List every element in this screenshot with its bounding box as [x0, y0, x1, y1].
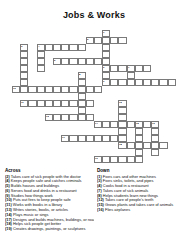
grid-cell[interactable]: [118, 135, 126, 142]
grid-void: [61, 156, 69, 163]
grid-cell[interactable]: [37, 51, 45, 58]
grid-void: [53, 135, 61, 142]
grid-void: [69, 128, 77, 135]
grid-void: [12, 72, 20, 79]
grid-cell[interactable]: 11: [20, 100, 28, 107]
grid-cell[interactable]: [61, 58, 69, 65]
clue-item: (19) Creates drawings, paintings, or scu…: [5, 227, 94, 232]
clue-number: 15: [136, 122, 139, 125]
grid-cell[interactable]: 17: [61, 135, 69, 142]
grid-cell[interactable]: [45, 100, 53, 107]
grid-cell[interactable]: [69, 86, 77, 93]
across-list: (2) Takes care of sick people with the d…: [5, 175, 94, 233]
grid-void: [94, 51, 102, 58]
grid-cell[interactable]: [94, 58, 102, 65]
grid-cell[interactable]: [135, 128, 143, 135]
grid-cell[interactable]: [78, 93, 86, 100]
clue-number: 17: [62, 136, 65, 139]
grid-void: [28, 142, 36, 149]
grid-cell[interactable]: [20, 79, 28, 86]
grid-cell[interactable]: 1: [102, 30, 110, 37]
grid-void: [127, 100, 135, 107]
grid-void: [168, 58, 176, 65]
grid-void: [94, 114, 102, 121]
grid-cell[interactable]: [102, 44, 110, 51]
grid-cell[interactable]: 19: [94, 156, 102, 163]
grid-cell[interactable]: [110, 79, 118, 86]
grid-cell[interactable]: [86, 100, 94, 107]
grid-cell[interactable]: [69, 100, 77, 107]
grid-void: [168, 156, 176, 163]
grid-void: [143, 149, 151, 156]
grid-void: [127, 30, 135, 37]
grid-cell[interactable]: [53, 86, 61, 93]
grid-cell[interactable]: [127, 156, 135, 163]
grid-void: [37, 142, 45, 149]
grid-cell[interactable]: [118, 65, 126, 72]
clue-number: 16: [152, 122, 155, 125]
grid-void: [69, 156, 77, 163]
grid-void: [110, 58, 118, 65]
grid-void: [135, 72, 143, 79]
grid-void: [151, 30, 159, 37]
grid-cell[interactable]: [118, 107, 126, 114]
page-title: Jobs & Works: [0, 10, 188, 20]
grid-void: [102, 142, 110, 149]
grid-cell[interactable]: [110, 37, 118, 44]
grid-void: [53, 37, 61, 44]
grid-cell[interactable]: [135, 142, 143, 149]
grid-void: [45, 128, 53, 135]
grid-void: [45, 58, 53, 65]
grid-void: [20, 30, 28, 37]
grid-void: [168, 114, 176, 121]
grid-void: [110, 72, 118, 79]
grid-cell[interactable]: [61, 114, 69, 121]
grid-cell[interactable]: [78, 114, 86, 121]
grid-void: [102, 149, 110, 156]
grid-void: [118, 44, 126, 51]
clue-number: 11: [21, 101, 24, 104]
grid-void: [28, 51, 36, 58]
grid-void: [159, 114, 167, 121]
grid-void: [28, 44, 36, 51]
grid-void: [110, 142, 118, 149]
grid-void: [135, 37, 143, 44]
grid-void: [69, 51, 77, 58]
grid-void: [20, 156, 28, 163]
grid-void: [135, 44, 143, 51]
grid-void: [28, 65, 36, 72]
grid-void: [168, 86, 176, 93]
grid-void: [61, 128, 69, 135]
grid-void: [12, 128, 20, 135]
grid-cell[interactable]: [102, 135, 110, 142]
grid-void: [20, 37, 28, 44]
grid-void: [94, 142, 102, 149]
grid-void: [78, 149, 86, 156]
grid-void: [61, 30, 69, 37]
grid-cell[interactable]: [94, 86, 102, 93]
grid-cell[interactable]: [28, 86, 36, 93]
grid-cell[interactable]: [78, 135, 86, 142]
grid-void: [102, 114, 110, 121]
grid-cell[interactable]: [69, 44, 77, 51]
grid-cell[interactable]: [37, 58, 45, 65]
grid-cell[interactable]: [118, 128, 126, 135]
grid-void: [94, 107, 102, 114]
grid-void: [86, 128, 94, 135]
grid-cell[interactable]: [86, 135, 94, 142]
grid-cell[interactable]: [94, 135, 102, 142]
grid-cell[interactable]: [94, 37, 102, 44]
grid-void: [86, 121, 94, 128]
clue-number: 5: [54, 59, 55, 62]
grid-cell[interactable]: [127, 72, 135, 79]
grid-cell[interactable]: 13: [45, 114, 53, 121]
grid-void: [110, 44, 118, 51]
grid-void: [12, 93, 20, 100]
grid-void: [102, 107, 110, 114]
grid-void: [20, 93, 28, 100]
grid-void: [28, 149, 36, 156]
grid-cell[interactable]: [86, 114, 94, 121]
grid-cell[interactable]: [118, 37, 126, 44]
grid-void: [78, 156, 86, 163]
grid-cell[interactable]: [45, 86, 53, 93]
grid-void: [61, 142, 69, 149]
grid-void: [168, 128, 176, 135]
grid-cell[interactable]: [102, 121, 110, 128]
grid-cell[interactable]: [86, 58, 94, 65]
grid-cell[interactable]: [37, 86, 45, 93]
grid-cell[interactable]: [69, 114, 77, 121]
grid-void: [53, 149, 61, 156]
grid-cell[interactable]: [69, 58, 77, 65]
grid-void: [102, 100, 110, 107]
grid-void: [86, 79, 94, 86]
grid-cell[interactable]: [127, 142, 135, 149]
grid-cell[interactable]: 8: [78, 72, 86, 79]
grid-cell[interactable]: [102, 51, 110, 58]
grid-cell[interactable]: [45, 44, 53, 51]
grid-cell[interactable]: [61, 86, 69, 93]
grid-cell[interactable]: [135, 149, 143, 156]
grid-void: [12, 107, 20, 114]
grid-void: [118, 72, 126, 79]
grid-cell[interactable]: [151, 135, 159, 142]
grid-void: [53, 156, 61, 163]
down-clues: Down (1) Fixes cars and other machines(3…: [97, 168, 185, 213]
grid-void: [110, 30, 118, 37]
clue-number: 18: [119, 143, 122, 146]
grid-void: [143, 156, 151, 163]
grid-void: [168, 37, 176, 44]
grid-void: [159, 107, 167, 114]
grid-cell[interactable]: [102, 72, 110, 79]
grid-cell[interactable]: [135, 135, 143, 142]
grid-cell[interactable]: [159, 142, 167, 149]
grid-void: [110, 100, 118, 107]
grid-cell[interactable]: [143, 65, 151, 72]
grid-void: [53, 30, 61, 37]
grid-void: [159, 93, 167, 100]
grid-cell[interactable]: [20, 72, 28, 79]
grid-void: [102, 86, 110, 93]
grid-void: [159, 121, 167, 128]
grid-cell[interactable]: [127, 121, 135, 128]
grid-void: [143, 107, 151, 114]
grid-void: [110, 149, 118, 156]
grid-void: [45, 72, 53, 79]
grid-void: [151, 93, 159, 100]
grid-void: [143, 114, 151, 121]
grid-cell[interactable]: 14: [94, 121, 102, 128]
grid-void: [45, 79, 53, 86]
grid-void: [143, 135, 151, 142]
clue-item: (16) Flies airplanes: [97, 208, 185, 213]
grid-cell[interactable]: [118, 114, 126, 121]
grid-void: [12, 142, 20, 149]
clue-number: 2: [87, 38, 88, 41]
grid-cell[interactable]: [78, 107, 86, 114]
grid-void: [69, 37, 77, 44]
grid-void: [110, 114, 118, 121]
grid-void: [118, 51, 126, 58]
grid-void: [168, 121, 176, 128]
grid-void: [127, 149, 135, 156]
grid-void: [168, 72, 176, 79]
grid-cell[interactable]: [102, 156, 110, 163]
grid-cell[interactable]: 12: [118, 100, 126, 107]
grid-cell[interactable]: [118, 156, 126, 163]
grid-void: [28, 72, 36, 79]
clue-number: 19: [95, 157, 98, 160]
grid-cell[interactable]: [37, 100, 45, 107]
grid-void: [86, 93, 94, 100]
clue-number: 6: [103, 66, 104, 69]
grid-void: [118, 93, 126, 100]
grid-void: [37, 79, 45, 86]
grid-cell[interactable]: [28, 100, 36, 107]
clue-number: 9: [103, 80, 104, 83]
grid-void: [53, 128, 61, 135]
grid-void: [151, 44, 159, 51]
grid-void: [168, 100, 176, 107]
grid-cell[interactable]: [53, 114, 61, 121]
grid-void: [28, 107, 36, 114]
grid-void: [20, 114, 28, 121]
grid-cell[interactable]: [151, 128, 159, 135]
clue-number: 10: [13, 87, 16, 90]
grid-cell[interactable]: [102, 37, 110, 44]
grid-void: [143, 51, 151, 58]
grid-void: [86, 156, 94, 163]
grid-void: [61, 107, 69, 114]
grid-cell[interactable]: [110, 121, 118, 128]
grid-cell[interactable]: 6: [102, 65, 110, 72]
grid-void: [143, 72, 151, 79]
grid-cell[interactable]: [168, 79, 176, 86]
grid-cell[interactable]: [118, 121, 126, 128]
grid-cell[interactable]: 2: [86, 37, 94, 44]
grid-void: [127, 135, 135, 142]
grid-cell[interactable]: 4: [37, 44, 45, 51]
grid-void: [168, 93, 176, 100]
grid-cell[interactable]: [151, 149, 159, 156]
grid-void: [53, 79, 61, 86]
grid-void: [53, 72, 61, 79]
grid-void: [118, 86, 126, 93]
grid-cell[interactable]: 9: [102, 79, 110, 86]
grid-void: [12, 121, 20, 128]
grid-cell[interactable]: [78, 86, 86, 93]
grid-void: [61, 121, 69, 128]
grid-void: [69, 142, 77, 149]
grid-cell[interactable]: 16: [151, 121, 159, 128]
grid-void: [12, 114, 20, 121]
grid-cell[interactable]: [110, 135, 118, 142]
grid-void: [94, 100, 102, 107]
grid-cell[interactable]: [61, 44, 69, 51]
grid-cell[interactable]: [86, 86, 94, 93]
grid-cell[interactable]: [135, 65, 143, 72]
grid-cell[interactable]: [53, 100, 61, 107]
grid-cell[interactable]: [151, 79, 159, 86]
grid-cell[interactable]: [135, 156, 143, 163]
grid-void: [61, 72, 69, 79]
grid-void: [20, 128, 28, 135]
grid-void: [61, 51, 69, 58]
grid-cell[interactable]: 7: [127, 65, 135, 72]
grid-void: [135, 86, 143, 93]
down-list: (1) Fixes cars and other machines(3) Fix…: [97, 175, 185, 213]
grid-void: [69, 149, 77, 156]
grid-void: [110, 51, 118, 58]
grid-void: [12, 79, 20, 86]
grid-cell[interactable]: [151, 142, 159, 149]
grid-cell[interactable]: [20, 65, 28, 72]
grid-void: [12, 100, 20, 107]
grid-void: [94, 65, 102, 72]
grid-void: [28, 79, 36, 86]
grid-cell[interactable]: 18: [118, 142, 126, 149]
grid-void: [78, 142, 86, 149]
grid-void: [20, 107, 28, 114]
grid-void: [159, 37, 167, 44]
clue-number: 1: [103, 31, 104, 34]
grid-void: [45, 107, 53, 114]
grid-void: [28, 30, 36, 37]
clue-number: 12: [119, 101, 122, 104]
grid-cell[interactable]: [20, 51, 28, 58]
grid-void: [37, 135, 45, 142]
grid-void: [159, 135, 167, 142]
grid-cell[interactable]: [78, 79, 86, 86]
grid-void: [45, 121, 53, 128]
grid-cell[interactable]: [20, 86, 28, 93]
grid-cell[interactable]: 5: [53, 58, 61, 65]
grid-cell[interactable]: [69, 135, 77, 142]
grid-cell[interactable]: [159, 79, 167, 86]
grid-void: [37, 149, 45, 156]
grid-void: [37, 114, 45, 121]
grid-void: [168, 149, 176, 156]
grid-cell[interactable]: 3: [20, 44, 28, 51]
grid-void: [37, 37, 45, 44]
grid-cell[interactable]: [78, 44, 86, 51]
grid-void: [159, 44, 167, 51]
grid-void: [159, 58, 167, 65]
grid-void: [37, 128, 45, 135]
grid-void: [102, 93, 110, 100]
grid-void: [143, 128, 151, 135]
grid-cell[interactable]: [127, 79, 135, 86]
grid-cell[interactable]: [118, 79, 126, 86]
grid-void: [151, 100, 159, 107]
grid-void: [69, 121, 77, 128]
grid-void: [78, 65, 86, 72]
grid-void: [45, 30, 53, 37]
grid-cell[interactable]: [20, 58, 28, 65]
grid-void: [127, 44, 135, 51]
grid-void: [118, 58, 126, 65]
grid-void: [45, 93, 53, 100]
grid-void: [45, 65, 53, 72]
grid-cell[interactable]: [61, 100, 69, 107]
grid-cell[interactable]: [143, 79, 151, 86]
grid-void: [20, 135, 28, 142]
grid-void: [28, 156, 36, 163]
grid-void: [151, 107, 159, 114]
grid-void: [135, 51, 143, 58]
grid-cell[interactable]: [110, 156, 118, 163]
grid-cell[interactable]: [110, 65, 118, 72]
grid-cell[interactable]: [143, 142, 151, 149]
down-heading: Down: [97, 168, 185, 173]
grid-void: [143, 58, 151, 65]
crossword-grid: 12345678910111213141516171819: [12, 30, 176, 163]
grid-cell[interactable]: [53, 44, 61, 51]
grid-cell[interactable]: [37, 65, 45, 72]
grid-cell[interactable]: 10: [12, 86, 20, 93]
grid-cell[interactable]: [143, 121, 151, 128]
grid-void: [135, 114, 143, 121]
grid-void: [151, 51, 159, 58]
grid-void: [69, 30, 77, 37]
grid-void: [12, 156, 20, 163]
grid-void: [61, 37, 69, 44]
grid-cell[interactable]: [102, 58, 110, 65]
grid-cell[interactable]: 15: [135, 121, 143, 128]
grid-cell[interactable]: [78, 100, 86, 107]
grid-cell[interactable]: [135, 79, 143, 86]
clue-number: 14: [95, 122, 98, 125]
grid-cell[interactable]: [78, 58, 86, 65]
grid-void: [143, 44, 151, 51]
grid-void: [78, 128, 86, 135]
grid-void: [53, 121, 61, 128]
grid-void: [37, 121, 45, 128]
grid-void: [37, 107, 45, 114]
grid-void: [94, 72, 102, 79]
grid-void: [143, 93, 151, 100]
grid-void: [110, 86, 118, 93]
grid-void: [94, 30, 102, 37]
grid-void: [168, 51, 176, 58]
grid-void: [28, 93, 36, 100]
grid-void: [69, 79, 77, 86]
